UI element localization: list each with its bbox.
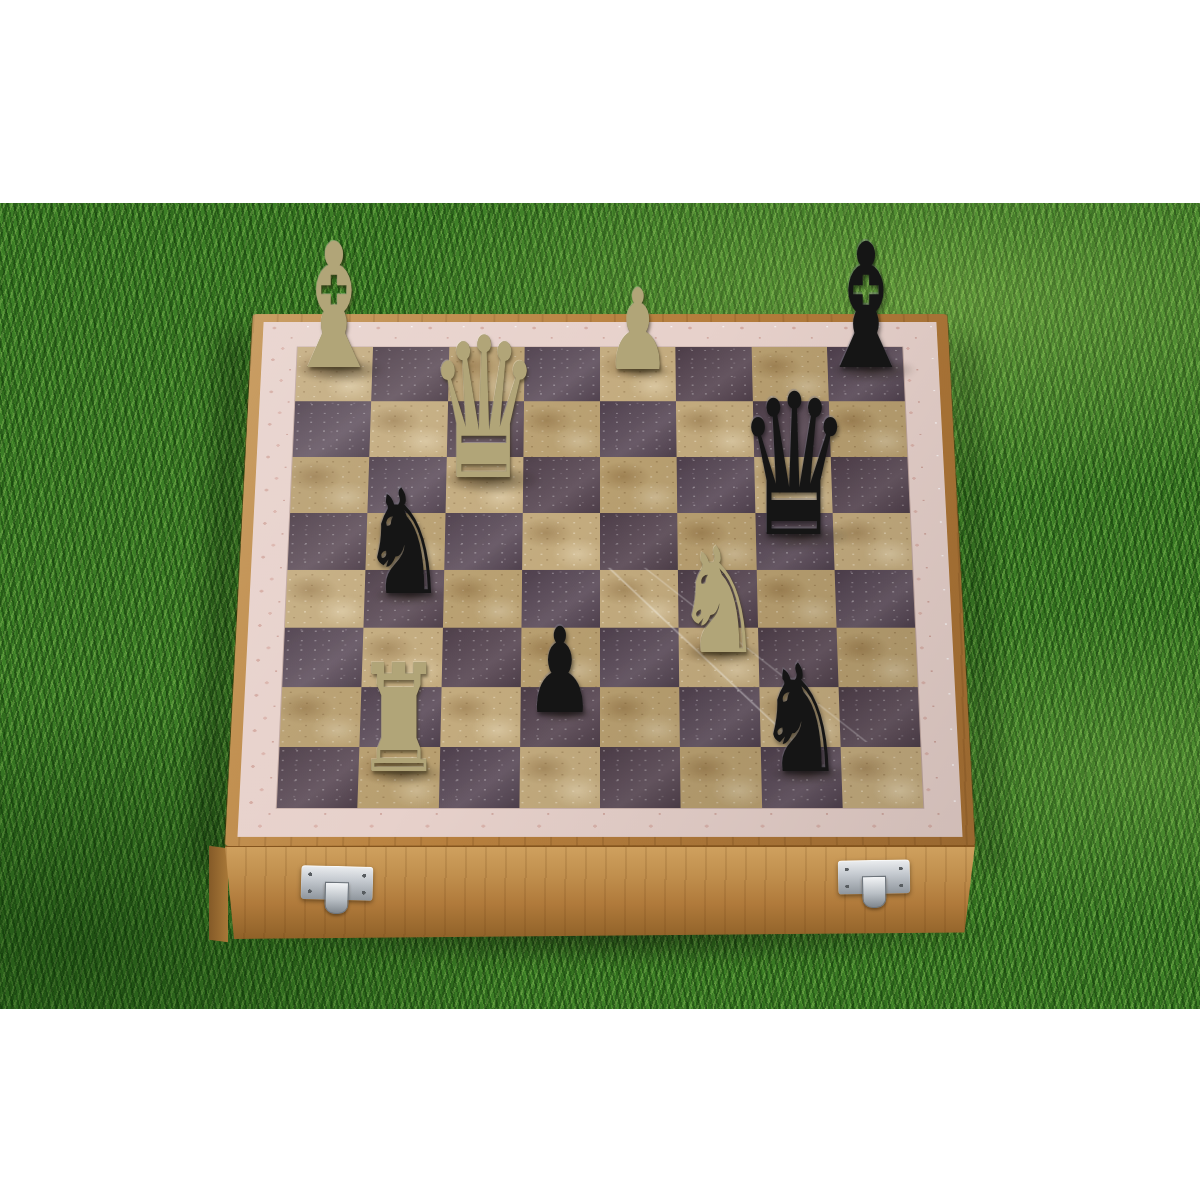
square-d2 bbox=[520, 687, 600, 747]
square-c3 bbox=[441, 628, 521, 687]
square-g7 bbox=[752, 401, 830, 456]
square-f5 bbox=[677, 513, 756, 570]
square-b1 bbox=[358, 747, 440, 808]
square-b6 bbox=[368, 457, 447, 513]
square-c6 bbox=[445, 457, 523, 513]
square-a1 bbox=[277, 747, 360, 808]
square-b3 bbox=[362, 628, 443, 687]
square-f4 bbox=[678, 570, 757, 628]
square-g6 bbox=[754, 457, 833, 513]
square-a7 bbox=[293, 401, 372, 456]
square-c4 bbox=[442, 570, 521, 628]
square-g2 bbox=[759, 687, 840, 747]
square-e1 bbox=[600, 747, 681, 808]
square-d7 bbox=[523, 401, 600, 456]
square-e8 bbox=[600, 347, 676, 401]
square-e4 bbox=[600, 570, 679, 628]
square-a4 bbox=[285, 570, 366, 628]
latch-hook-icon bbox=[324, 881, 349, 914]
chess-board-top bbox=[225, 314, 975, 846]
square-d3 bbox=[521, 628, 600, 687]
square-a8 bbox=[295, 347, 373, 401]
square-a2 bbox=[280, 687, 362, 747]
square-h1 bbox=[840, 747, 923, 808]
square-b7 bbox=[370, 401, 448, 456]
wooden-box-side bbox=[209, 846, 228, 942]
square-g4 bbox=[756, 570, 836, 628]
square-d1 bbox=[519, 747, 600, 808]
square-g5 bbox=[755, 513, 834, 570]
square-e5 bbox=[600, 513, 678, 570]
latch-hook-icon bbox=[862, 875, 887, 907]
square-c1 bbox=[438, 747, 520, 808]
square-b8 bbox=[371, 347, 448, 401]
square-f2 bbox=[679, 687, 760, 747]
square-e7 bbox=[600, 401, 677, 456]
square-h5 bbox=[832, 513, 912, 570]
square-c5 bbox=[444, 513, 523, 570]
product-photo-canvas: ♝♟♝♛♛♞♞♟♜♞ bbox=[0, 0, 1200, 1200]
square-h3 bbox=[836, 628, 917, 687]
square-d5 bbox=[522, 513, 600, 570]
chess-board-grid bbox=[277, 347, 924, 808]
square-f8 bbox=[676, 347, 753, 401]
square-g1 bbox=[760, 747, 842, 808]
square-c2 bbox=[440, 687, 521, 747]
square-c7 bbox=[446, 401, 523, 456]
square-d8 bbox=[524, 347, 600, 401]
square-h8 bbox=[827, 347, 905, 401]
square-b5 bbox=[366, 513, 445, 570]
square-h4 bbox=[834, 570, 915, 628]
square-h6 bbox=[830, 457, 909, 513]
square-d6 bbox=[523, 457, 600, 513]
square-f6 bbox=[677, 457, 755, 513]
square-a3 bbox=[282, 628, 363, 687]
square-a5 bbox=[288, 513, 368, 570]
square-g8 bbox=[751, 347, 828, 401]
square-c8 bbox=[448, 347, 525, 401]
square-f3 bbox=[679, 628, 759, 687]
square-a6 bbox=[290, 457, 369, 513]
square-b2 bbox=[360, 687, 441, 747]
square-g3 bbox=[758, 628, 839, 687]
square-f1 bbox=[680, 747, 762, 808]
square-e3 bbox=[600, 628, 679, 687]
marble-border bbox=[237, 322, 962, 837]
square-h7 bbox=[829, 401, 908, 456]
square-h2 bbox=[838, 687, 920, 747]
square-e2 bbox=[600, 687, 680, 747]
square-d4 bbox=[521, 570, 600, 628]
square-e6 bbox=[600, 457, 677, 513]
square-b4 bbox=[364, 570, 444, 628]
metal-latch-left bbox=[301, 865, 374, 901]
square-f7 bbox=[676, 401, 753, 456]
metal-latch-right bbox=[838, 859, 911, 894]
